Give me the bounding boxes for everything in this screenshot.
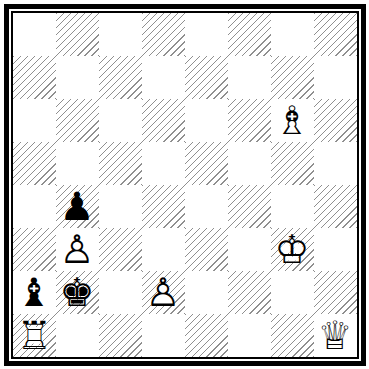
square-d1[interactable] (142, 314, 185, 357)
square-c3[interactable] (99, 228, 142, 271)
square-g1[interactable] (271, 314, 314, 357)
piece-white-pawn-b3[interactable]: ♙ (56, 228, 99, 271)
square-b2[interactable]: ♚ (56, 271, 99, 314)
square-e1[interactable] (185, 314, 228, 357)
piece-body-white-king-g3: ♚ (271, 228, 314, 271)
square-c5[interactable] (99, 142, 142, 185)
square-f8[interactable] (228, 13, 271, 56)
square-d4[interactable] (142, 185, 185, 228)
square-b6[interactable] (56, 99, 99, 142)
square-a4[interactable] (13, 185, 56, 228)
square-h5[interactable] (314, 142, 357, 185)
square-c4[interactable] (99, 185, 142, 228)
square-a2[interactable]: ♝ (13, 271, 56, 314)
square-d5[interactable] (142, 142, 185, 185)
chessboard-inner-frame: ♝♗♟♟♙♚♔♝♚♟♙♜♖♛♕ (11, 11, 359, 359)
square-d8[interactable] (142, 13, 185, 56)
piece-white-queen-h1[interactable]: ♕ (314, 314, 357, 357)
square-h6[interactable] (314, 99, 357, 142)
square-e7[interactable] (185, 56, 228, 99)
square-c8[interactable] (99, 13, 142, 56)
square-a8[interactable] (13, 13, 56, 56)
square-a6[interactable] (13, 99, 56, 142)
square-f4[interactable] (228, 185, 271, 228)
square-b5[interactable] (56, 142, 99, 185)
piece-body-white-pawn-b3: ♟ (56, 228, 99, 271)
square-g8[interactable] (271, 13, 314, 56)
square-e5[interactable] (185, 142, 228, 185)
piece-body-white-queen-h1: ♛ (314, 314, 357, 357)
square-g3[interactable]: ♚♔ (271, 228, 314, 271)
square-d7[interactable] (142, 56, 185, 99)
square-h1[interactable]: ♛♕ (314, 314, 357, 357)
chessboard-outer-frame: ♝♗♟♟♙♚♔♝♚♟♙♜♖♛♕ (4, 4, 366, 366)
square-f5[interactable] (228, 142, 271, 185)
square-e4[interactable] (185, 185, 228, 228)
piece-body-white-bishop-g6: ♝ (271, 99, 314, 142)
piece-body-white-pawn-d2: ♟ (142, 271, 185, 314)
square-e3[interactable] (185, 228, 228, 271)
piece-white-bishop-g6[interactable]: ♗ (271, 99, 314, 142)
square-h3[interactable] (314, 228, 357, 271)
square-e6[interactable] (185, 99, 228, 142)
square-g4[interactable] (271, 185, 314, 228)
square-e8[interactable] (185, 13, 228, 56)
piece-white-pawn-d2[interactable]: ♙ (142, 271, 185, 314)
square-b7[interactable] (56, 56, 99, 99)
square-f7[interactable] (228, 56, 271, 99)
square-c7[interactable] (99, 56, 142, 99)
square-f3[interactable] (228, 228, 271, 271)
square-a5[interactable] (13, 142, 56, 185)
square-b8[interactable] (56, 13, 99, 56)
square-h2[interactable] (314, 271, 357, 314)
chessboard: ♝♗♟♟♙♚♔♝♚♟♙♜♖♛♕ (13, 13, 357, 357)
square-a3[interactable] (13, 228, 56, 271)
piece-white-king-g3[interactable]: ♔ (271, 228, 314, 271)
square-c1[interactable] (99, 314, 142, 357)
square-f6[interactable] (228, 99, 271, 142)
square-b1[interactable] (56, 314, 99, 357)
square-h4[interactable] (314, 185, 357, 228)
square-g2[interactable] (271, 271, 314, 314)
square-a1[interactable]: ♜♖ (13, 314, 56, 357)
square-d2[interactable]: ♟♙ (142, 271, 185, 314)
piece-black-king-b2[interactable]: ♚ (56, 271, 99, 314)
square-h8[interactable] (314, 13, 357, 56)
piece-black-bishop-a2[interactable]: ♝ (13, 271, 56, 314)
square-f2[interactable] (228, 271, 271, 314)
piece-body-white-rook-a1: ♜ (13, 314, 56, 357)
piece-white-rook-a1[interactable]: ♖ (13, 314, 56, 357)
square-c6[interactable] (99, 99, 142, 142)
square-g5[interactable] (271, 142, 314, 185)
square-h7[interactable] (314, 56, 357, 99)
square-g7[interactable] (271, 56, 314, 99)
square-e2[interactable] (185, 271, 228, 314)
piece-black-pawn-b4[interactable]: ♟ (56, 185, 99, 228)
square-f1[interactable] (228, 314, 271, 357)
square-d6[interactable] (142, 99, 185, 142)
square-c2[interactable] (99, 271, 142, 314)
square-b3[interactable]: ♟♙ (56, 228, 99, 271)
square-g6[interactable]: ♝♗ (271, 99, 314, 142)
square-a7[interactable] (13, 56, 56, 99)
square-b4[interactable]: ♟ (56, 185, 99, 228)
page: ♝♗♟♟♙♚♔♝♚♟♙♜♖♛♕ (0, 0, 369, 369)
square-d3[interactable] (142, 228, 185, 271)
